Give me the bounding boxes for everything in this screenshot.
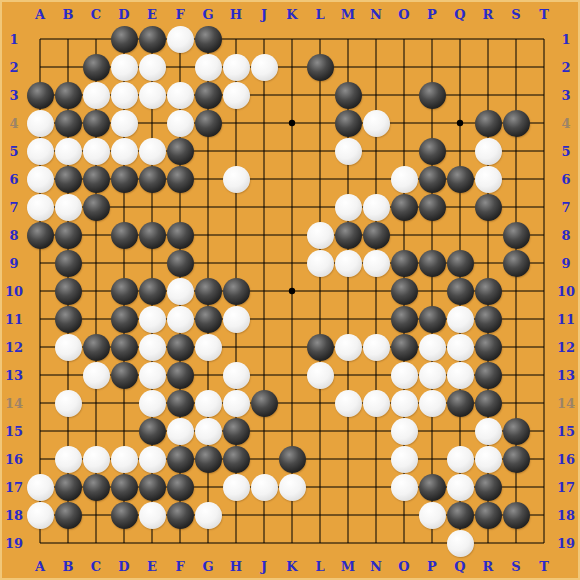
black-stone[interactable] [111,334,138,361]
black-stone[interactable] [503,502,530,529]
column-label-top: A [35,7,45,22]
row-label-right: 13 [557,368,575,383]
black-stone[interactable] [55,250,82,277]
column-label-top: F [175,7,184,22]
black-stone[interactable] [447,278,474,305]
white-stone[interactable] [195,334,222,361]
white-stone[interactable] [83,138,110,165]
white-stone[interactable] [363,250,390,277]
white-stone[interactable] [83,446,110,473]
white-stone[interactable] [55,390,82,417]
row-label-right: 9 [561,256,570,271]
white-stone[interactable] [139,446,166,473]
column-label-bottom: J [261,559,267,574]
white-stone[interactable] [27,110,54,137]
row-label-left: 16 [5,452,23,467]
black-stone[interactable] [279,446,306,473]
black-stone[interactable] [307,54,334,81]
row-label-left: 11 [5,312,23,327]
black-stone[interactable] [167,222,194,249]
row-label-right: 15 [557,424,575,439]
white-stone[interactable] [251,54,278,81]
black-stone[interactable] [419,474,446,501]
white-stone[interactable] [335,334,362,361]
black-stone[interactable] [391,278,418,305]
black-stone[interactable] [391,334,418,361]
black-stone[interactable] [391,194,418,221]
white-stone[interactable] [363,334,390,361]
black-stone[interactable] [111,474,138,501]
row-label-left: 14 [5,396,23,411]
black-stone[interactable] [111,278,138,305]
black-stone[interactable] [475,306,502,333]
row-label-left: 19 [5,536,23,551]
row-label-right: 14 [557,396,575,411]
row-label-right: 1 [561,32,570,47]
black-stone[interactable] [475,362,502,389]
black-stone[interactable] [195,278,222,305]
black-stone[interactable] [111,306,138,333]
white-stone[interactable] [475,446,502,473]
row-label-right: 16 [557,452,575,467]
black-stone[interactable] [111,166,138,193]
white-stone[interactable] [55,446,82,473]
black-stone[interactable] [419,138,446,165]
column-label-bottom: B [63,559,74,574]
black-stone[interactable] [139,26,166,53]
white-stone[interactable] [55,138,82,165]
black-stone[interactable] [111,362,138,389]
black-stone[interactable] [251,390,278,417]
black-stone[interactable] [419,166,446,193]
black-stone[interactable] [83,334,110,361]
black-stone[interactable] [167,166,194,193]
column-label-top: H [230,7,242,22]
white-stone[interactable] [83,82,110,109]
white-stone[interactable] [223,54,250,81]
black-stone[interactable] [419,306,446,333]
white-stone[interactable] [111,54,138,81]
white-stone[interactable] [447,446,474,473]
column-label-bottom: T [539,559,549,574]
column-label-top: D [118,7,129,22]
column-label-top: Q [454,7,465,22]
white-stone[interactable] [391,390,418,417]
white-stone[interactable] [27,502,54,529]
white-stone[interactable] [27,194,54,221]
white-stone[interactable] [447,474,474,501]
white-stone[interactable] [279,474,306,501]
row-label-left: 4 [9,116,18,131]
white-stone[interactable] [307,362,334,389]
white-stone[interactable] [167,26,194,53]
column-label-bottom: L [315,559,324,574]
white-stone[interactable] [139,82,166,109]
white-stone[interactable] [419,362,446,389]
black-stone[interactable] [83,194,110,221]
white-stone[interactable] [167,306,194,333]
row-label-right: 17 [557,480,575,495]
row-label-left: 10 [5,284,23,299]
column-label-bottom: K [286,559,297,574]
column-label-top: P [427,7,437,22]
black-stone[interactable] [335,222,362,249]
black-stone[interactable] [139,222,166,249]
black-stone[interactable] [55,278,82,305]
black-stone[interactable] [167,138,194,165]
white-stone[interactable] [419,502,446,529]
column-label-bottom: A [35,559,45,574]
black-stone[interactable] [447,166,474,193]
column-label-top: T [539,7,549,22]
row-label-right: 18 [557,508,575,523]
white-stone[interactable] [223,306,250,333]
black-stone[interactable] [475,390,502,417]
black-stone[interactable] [55,306,82,333]
black-stone[interactable] [55,502,82,529]
white-stone[interactable] [335,250,362,277]
white-stone[interactable] [363,194,390,221]
column-label-top: C [91,7,101,22]
black-stone[interactable] [111,222,138,249]
white-stone[interactable] [139,138,166,165]
black-stone[interactable] [139,278,166,305]
column-label-top: S [511,7,520,22]
black-stone[interactable] [139,474,166,501]
black-stone[interactable] [447,502,474,529]
row-label-left: 18 [5,508,23,523]
white-stone[interactable] [223,390,250,417]
row-label-left: 9 [9,256,18,271]
white-stone[interactable] [391,446,418,473]
column-label-top: B [63,7,74,22]
column-label-bottom: M [341,559,355,574]
row-label-left: 13 [5,368,23,383]
column-label-top: E [147,7,157,22]
white-stone[interactable] [223,166,250,193]
row-label-right: 7 [561,200,570,215]
white-stone[interactable] [447,306,474,333]
black-stone[interactable] [195,446,222,473]
white-stone[interactable] [167,82,194,109]
column-label-top: L [315,7,324,22]
row-label-right: 10 [557,284,575,299]
row-label-left: 17 [5,480,23,495]
white-stone[interactable] [27,166,54,193]
white-stone[interactable] [307,222,334,249]
black-stone[interactable] [83,166,110,193]
white-stone[interactable] [223,474,250,501]
black-stone[interactable] [475,194,502,221]
white-stone[interactable] [27,138,54,165]
black-stone[interactable] [139,418,166,445]
white-stone[interactable] [195,502,222,529]
black-stone[interactable] [335,82,362,109]
black-stone[interactable] [111,26,138,53]
white-stone[interactable] [363,110,390,137]
column-label-bottom: S [511,559,520,574]
white-stone[interactable] [335,138,362,165]
black-stone[interactable] [503,418,530,445]
black-stone[interactable] [83,110,110,137]
column-label-bottom: Q [454,559,465,574]
black-stone[interactable] [195,306,222,333]
column-label-top: M [341,7,355,22]
column-label-bottom: G [202,559,213,574]
white-stone[interactable] [55,334,82,361]
white-stone[interactable] [335,194,362,221]
row-label-left: 2 [9,60,18,75]
black-stone[interactable] [195,82,222,109]
column-label-bottom: E [147,559,157,574]
star-point [457,120,463,126]
row-label-right: 3 [561,88,570,103]
black-stone[interactable] [167,334,194,361]
white-stone[interactable] [167,110,194,137]
star-point [289,120,295,126]
black-stone[interactable] [195,26,222,53]
white-stone[interactable] [139,362,166,389]
black-stone[interactable] [167,250,194,277]
row-label-right: 2 [561,60,570,75]
black-stone[interactable] [55,222,82,249]
white-stone[interactable] [111,82,138,109]
black-stone[interactable] [419,250,446,277]
row-label-left: 5 [9,144,18,159]
white-stone[interactable] [139,334,166,361]
row-label-left: 15 [5,424,23,439]
white-stone[interactable] [139,306,166,333]
black-stone[interactable] [139,166,166,193]
black-stone[interactable] [447,250,474,277]
white-stone[interactable] [167,418,194,445]
white-stone[interactable] [167,278,194,305]
white-stone[interactable] [83,362,110,389]
column-label-bottom: F [175,559,184,574]
white-stone[interactable] [447,362,474,389]
black-stone[interactable] [167,474,194,501]
white-stone[interactable] [391,418,418,445]
white-stone[interactable] [139,54,166,81]
white-stone[interactable] [223,362,250,389]
white-stone[interactable] [419,390,446,417]
black-stone[interactable] [503,110,530,137]
black-stone[interactable] [55,110,82,137]
white-stone[interactable] [27,474,54,501]
column-label-bottom: C [91,559,101,574]
white-stone[interactable] [195,390,222,417]
white-stone[interactable] [251,474,278,501]
black-stone[interactable] [363,222,390,249]
column-label-top: N [370,7,382,22]
black-stone[interactable] [167,362,194,389]
column-label-bottom: R [483,559,494,574]
column-label-top: K [286,7,297,22]
white-stone[interactable] [111,138,138,165]
black-stone[interactable] [475,278,502,305]
black-stone[interactable] [503,222,530,249]
row-label-right: 6 [561,172,570,187]
column-label-bottom: P [427,559,437,574]
column-label-top: J [261,7,267,22]
white-stone[interactable] [391,166,418,193]
black-stone[interactable] [167,502,194,529]
black-stone[interactable] [167,446,194,473]
black-stone[interactable] [447,390,474,417]
column-label-bottom: N [370,559,382,574]
row-label-right: 11 [557,312,575,327]
column-label-bottom: H [230,559,242,574]
black-stone[interactable] [27,82,54,109]
white-stone[interactable] [307,250,334,277]
white-stone[interactable] [139,502,166,529]
black-stone[interactable] [475,474,502,501]
black-stone[interactable] [503,250,530,277]
white-stone[interactable] [419,334,446,361]
black-stone[interactable] [223,418,250,445]
white-stone[interactable] [475,138,502,165]
black-stone[interactable] [475,334,502,361]
row-label-left: 6 [9,172,18,187]
white-stone[interactable] [447,530,474,557]
black-stone[interactable] [335,110,362,137]
star-point [289,288,295,294]
white-stone[interactable] [55,194,82,221]
black-stone[interactable] [475,110,502,137]
black-stone[interactable] [419,82,446,109]
white-stone[interactable] [363,390,390,417]
black-stone[interactable] [223,446,250,473]
black-stone[interactable] [111,502,138,529]
black-stone[interactable] [391,250,418,277]
row-label-left: 1 [9,32,18,47]
white-stone[interactable] [391,474,418,501]
black-stone[interactable] [307,334,334,361]
row-label-left: 3 [9,88,18,103]
white-stone[interactable] [447,334,474,361]
row-label-right: 5 [561,144,570,159]
black-stone[interactable] [223,278,250,305]
black-stone[interactable] [55,166,82,193]
black-stone[interactable] [503,446,530,473]
black-stone[interactable] [83,474,110,501]
row-label-right: 19 [557,536,575,551]
row-label-right: 8 [561,228,570,243]
white-stone[interactable] [391,362,418,389]
black-stone[interactable] [167,390,194,417]
black-stone[interactable] [391,306,418,333]
white-stone[interactable] [223,82,250,109]
column-label-top: R [483,7,494,22]
column-label-bottom: D [118,559,129,574]
row-label-left: 12 [5,340,23,355]
black-stone[interactable] [419,194,446,221]
white-stone[interactable] [195,54,222,81]
white-stone[interactable] [111,446,138,473]
row-label-left: 8 [9,228,18,243]
black-stone[interactable] [83,54,110,81]
black-stone[interactable] [55,82,82,109]
go-board[interactable]: AABBCCDDEEFFGGHHJJKKLLMMNNOOPPQQRRSSTT11… [0,0,580,580]
white-stone[interactable] [195,418,222,445]
row-label-right: 12 [557,340,575,355]
column-label-top: G [202,7,213,22]
white-stone[interactable] [111,110,138,137]
black-stone[interactable] [55,474,82,501]
black-stone[interactable] [475,502,502,529]
white-stone[interactable] [475,418,502,445]
white-stone[interactable] [139,390,166,417]
column-label-top: O [398,7,409,22]
black-stone[interactable] [195,110,222,137]
row-label-left: 7 [9,200,18,215]
row-label-right: 4 [561,116,570,131]
white-stone[interactable] [335,390,362,417]
column-label-bottom: O [398,559,409,574]
black-stone[interactable] [27,222,54,249]
white-stone[interactable] [475,166,502,193]
